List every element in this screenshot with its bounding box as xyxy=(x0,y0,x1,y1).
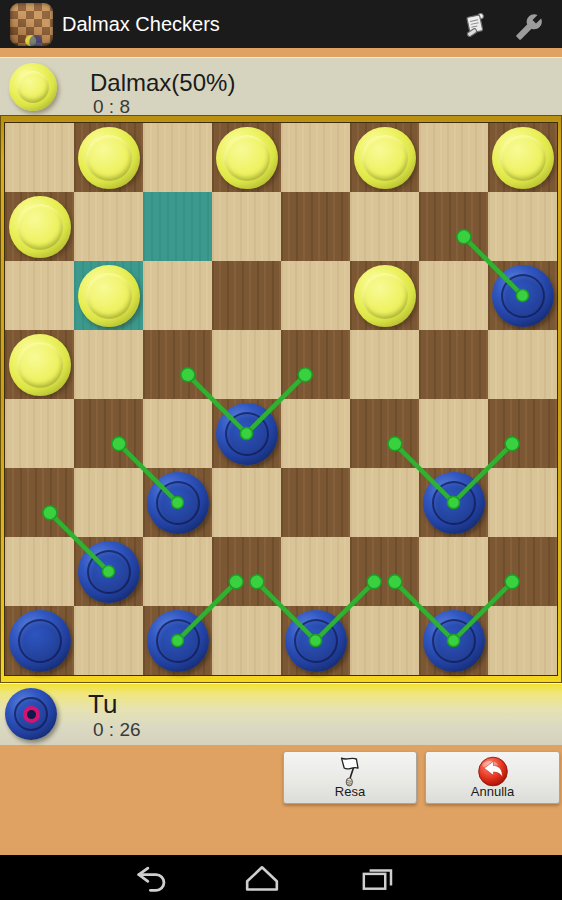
action-bar: Dalmax Checkers xyxy=(0,0,562,48)
square-c6-r2[interactable] xyxy=(419,261,488,330)
app-launcher-icon xyxy=(10,3,53,46)
square-c5-r5[interactable] xyxy=(350,468,419,537)
square-c6-r0[interactable] xyxy=(419,123,488,192)
blue-man-c6-r7[interactable] xyxy=(423,610,485,672)
app-title: Dalmax Checkers xyxy=(62,0,220,48)
square-c7-r3[interactable] xyxy=(488,330,557,399)
square-c0-r5[interactable] xyxy=(5,468,74,537)
square-c6-r4[interactable] xyxy=(419,399,488,468)
turn-indicator-dot xyxy=(23,706,40,723)
blue-man-c2-r5[interactable] xyxy=(147,472,209,534)
square-c1-r4[interactable] xyxy=(74,399,143,468)
square-c2-r4[interactable] xyxy=(143,399,212,468)
square-c7-r0[interactable] xyxy=(488,123,557,192)
yellow-man-c5-r0[interactable] xyxy=(354,127,416,189)
square-c3-r6[interactable] xyxy=(212,537,281,606)
blue-man-c0-r7[interactable] xyxy=(9,610,71,672)
square-c4-r2[interactable] xyxy=(281,261,350,330)
square-c5-r6[interactable] xyxy=(350,537,419,606)
square-c5-r0[interactable] xyxy=(350,123,419,192)
resign-button-label: Resa xyxy=(284,784,416,799)
square-c4-r5[interactable] xyxy=(281,468,350,537)
undo-button[interactable]: Annulla xyxy=(425,751,560,804)
square-c1-r3[interactable] xyxy=(74,330,143,399)
top-player-name: Dalmax(50%) xyxy=(90,69,235,97)
square-c0-r0[interactable] xyxy=(5,123,74,192)
square-c7-r4[interactable] xyxy=(488,399,557,468)
square-c4-r3[interactable] xyxy=(281,330,350,399)
square-c4-r6[interactable] xyxy=(281,537,350,606)
square-c3-r1[interactable] xyxy=(212,192,281,261)
square-c6-r1[interactable] xyxy=(419,192,488,261)
square-c3-r2[interactable] xyxy=(212,261,281,330)
square-c1-r0[interactable] xyxy=(74,123,143,192)
square-c4-r7[interactable] xyxy=(281,606,350,675)
square-c2-r1[interactable] xyxy=(143,192,212,261)
square-c6-r7[interactable] xyxy=(419,606,488,675)
square-c0-r1[interactable] xyxy=(5,192,74,261)
square-c3-r4[interactable] xyxy=(212,399,281,468)
square-c7-r1[interactable] xyxy=(488,192,557,261)
bottom-player-name: Tu xyxy=(88,689,117,720)
square-c0-r7[interactable] xyxy=(5,606,74,675)
square-c0-r3[interactable] xyxy=(5,330,74,399)
square-c4-r1[interactable] xyxy=(281,192,350,261)
square-c4-r0[interactable] xyxy=(281,123,350,192)
square-c0-r2[interactable] xyxy=(5,261,74,330)
square-c6-r6[interactable] xyxy=(419,537,488,606)
blue-man-c1-r6[interactable] xyxy=(78,541,140,603)
square-c0-r4[interactable] xyxy=(5,399,74,468)
square-c5-r4[interactable] xyxy=(350,399,419,468)
square-c7-r2[interactable] xyxy=(488,261,557,330)
undo-button-label: Annulla xyxy=(426,784,559,799)
app-screen: Dalmax Checkers Dalmax(50%) 0 : 8 Tu xyxy=(0,0,562,900)
square-c1-r1[interactable] xyxy=(74,192,143,261)
nav-back-icon[interactable] xyxy=(131,864,173,892)
board-frame xyxy=(0,115,562,683)
yellow-man-c0-r3[interactable] xyxy=(9,334,71,396)
square-c6-r3[interactable] xyxy=(419,330,488,399)
blue-man-c3-r4[interactable] xyxy=(216,403,278,465)
square-c3-r5[interactable] xyxy=(212,468,281,537)
player-panel-bottom: Tu 0 : 26 xyxy=(0,683,562,745)
square-c5-r1[interactable] xyxy=(350,192,419,261)
square-c5-r2[interactable] xyxy=(350,261,419,330)
blue-man-c6-r5[interactable] xyxy=(423,472,485,534)
blue-player-piece-icon xyxy=(5,688,57,740)
blue-man-c4-r7[interactable] xyxy=(285,610,347,672)
square-c7-r6[interactable] xyxy=(488,537,557,606)
square-c7-r5[interactable] xyxy=(488,468,557,537)
square-c2-r3[interactable] xyxy=(143,330,212,399)
settings-wrench-icon[interactable] xyxy=(514,13,544,41)
square-c2-r5[interactable] xyxy=(143,468,212,537)
bottom-player-score: 0 : 26 xyxy=(93,719,141,741)
square-c3-r3[interactable] xyxy=(212,330,281,399)
square-c5-r7[interactable] xyxy=(350,606,419,675)
yellow-player-piece-icon xyxy=(9,63,57,111)
yellow-man-c7-r0[interactable] xyxy=(492,127,554,189)
yellow-man-c5-r2[interactable] xyxy=(354,265,416,327)
resign-button[interactable]: Resa xyxy=(283,751,417,804)
board xyxy=(5,123,557,675)
square-c1-r5[interactable] xyxy=(74,468,143,537)
android-nav-bar xyxy=(0,855,562,900)
square-c2-r0[interactable] xyxy=(143,123,212,192)
square-c2-r6[interactable] xyxy=(143,537,212,606)
square-c1-r7[interactable] xyxy=(74,606,143,675)
blue-man-c7-r2[interactable] xyxy=(492,265,554,327)
square-c3-r7[interactable] xyxy=(212,606,281,675)
square-c3-r0[interactable] xyxy=(212,123,281,192)
square-c1-r6[interactable] xyxy=(74,537,143,606)
yellow-man-c1-r0[interactable] xyxy=(78,127,140,189)
square-c1-r2[interactable] xyxy=(74,261,143,330)
square-c4-r4[interactable] xyxy=(281,399,350,468)
yellow-man-c3-r0[interactable] xyxy=(216,127,278,189)
yellow-man-c1-r2[interactable] xyxy=(78,265,140,327)
square-c7-r7[interactable] xyxy=(488,606,557,675)
yellow-man-c0-r1[interactable] xyxy=(9,196,71,258)
square-c2-r7[interactable] xyxy=(143,606,212,675)
nav-home-icon[interactable] xyxy=(241,864,283,892)
player-panel-top: Dalmax(50%) 0 : 8 xyxy=(0,57,562,115)
moves-list-scroll-icon[interactable] xyxy=(460,11,490,39)
nav-recents-icon[interactable] xyxy=(356,864,398,892)
square-c0-r6[interactable] xyxy=(5,537,74,606)
square-c5-r3[interactable] xyxy=(350,330,419,399)
square-c2-r2[interactable] xyxy=(143,261,212,330)
square-c6-r5[interactable] xyxy=(419,468,488,537)
blue-man-c2-r7[interactable] xyxy=(147,610,209,672)
